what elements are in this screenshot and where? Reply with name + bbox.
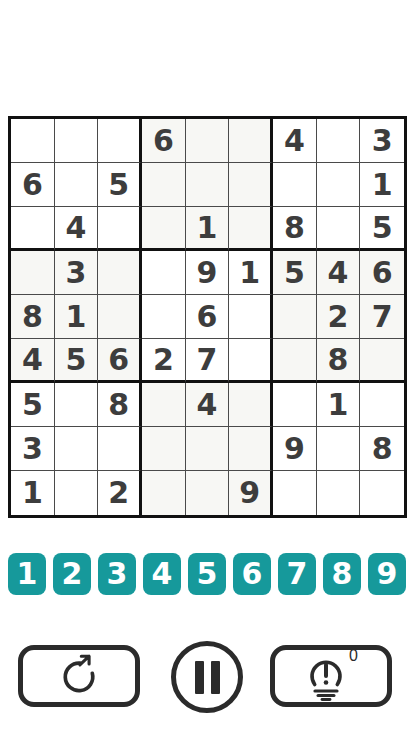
grid-cell-r9c9[interactable] [360, 471, 404, 515]
grid-cell-r4c4[interactable] [142, 251, 186, 295]
grid-cell-r1c7[interactable]: 4 [273, 119, 317, 163]
grid-cell-r9c4[interactable] [142, 471, 186, 515]
grid-cell-r7c5[interactable]: 4 [186, 383, 230, 427]
pause-icon [195, 661, 204, 694]
grid-cell-r4c8[interactable]: 4 [317, 251, 361, 295]
grid-cell-r2c1[interactable]: 6 [11, 163, 55, 207]
pause-icon [211, 661, 220, 694]
grid-cell-r2c3[interactable]: 5 [98, 163, 142, 207]
grid-cell-r5c8[interactable]: 2 [317, 295, 361, 339]
grid-cell-r6c8[interactable]: 8 [317, 339, 361, 383]
number-button-7[interactable]: 7 [278, 553, 316, 595]
grid-cell-r1c3[interactable] [98, 119, 142, 163]
grid-cell-r5c6[interactable] [229, 295, 273, 339]
grid-cell-r4c3[interactable] [98, 251, 142, 295]
number-button-9[interactable]: 9 [368, 553, 406, 595]
grid-cell-r9c8[interactable] [317, 471, 361, 515]
grid-cell-r1c5[interactable] [186, 119, 230, 163]
grid-cell-r6c4[interactable]: 2 [142, 339, 186, 383]
pause-button[interactable] [171, 641, 243, 713]
grid-cell-r1c4[interactable]: 6 [142, 119, 186, 163]
grid-cell-r8c5[interactable] [186, 427, 230, 471]
grid-cell-r8c3[interactable] [98, 427, 142, 471]
grid-cell-r3c7[interactable]: 8 [273, 207, 317, 251]
sudoku-board: 6436514185391546816274562785841398129 [8, 116, 407, 518]
grid-cell-r2c2[interactable] [55, 163, 99, 207]
grid-cell-r4c7[interactable]: 5 [273, 251, 317, 295]
grid-cell-r9c3[interactable]: 2 [98, 471, 142, 515]
grid-cell-r7c4[interactable] [142, 383, 186, 427]
grid-cell-r7c6[interactable] [229, 383, 273, 427]
grid-cell-r5c1[interactable]: 8 [11, 295, 55, 339]
grid-cell-r7c7[interactable] [273, 383, 317, 427]
grid-cell-r1c1[interactable] [11, 119, 55, 163]
grid-cell-r6c9[interactable] [360, 339, 404, 383]
grid-cell-r1c9[interactable]: 3 [360, 119, 404, 163]
number-button-5[interactable]: 5 [188, 553, 226, 595]
grid-cell-r5c5[interactable]: 6 [186, 295, 230, 339]
grid-cell-r1c8[interactable] [317, 119, 361, 163]
grid-cell-r8c6[interactable] [229, 427, 273, 471]
grid-cell-r6c3[interactable]: 6 [98, 339, 142, 383]
grid-cell-r8c4[interactable] [142, 427, 186, 471]
grid-cell-r7c8[interactable]: 1 [317, 383, 361, 427]
grid-cell-r5c3[interactable] [98, 295, 142, 339]
grid-cell-r9c2[interactable] [55, 471, 99, 515]
grid-cell-r8c8[interactable] [317, 427, 361, 471]
sudoku-app-screen: 6436514185391546816274562785841398129 12… [0, 0, 414, 736]
grid-cell-r2c8[interactable] [317, 163, 361, 207]
grid-cell-r7c3[interactable]: 8 [98, 383, 142, 427]
grid-cell-r4c6[interactable]: 1 [229, 251, 273, 295]
grid-cell-r4c2[interactable]: 3 [55, 251, 99, 295]
number-button-8[interactable]: 8 [323, 553, 361, 595]
grid-cell-r2c5[interactable] [186, 163, 230, 207]
grid-cell-r4c1[interactable] [11, 251, 55, 295]
grid-cell-r1c6[interactable] [229, 119, 273, 163]
grid-cell-r9c7[interactable] [273, 471, 317, 515]
grid-cell-r2c6[interactable] [229, 163, 273, 207]
grid-cell-r8c9[interactable]: 8 [360, 427, 404, 471]
hint-counter: 0 [349, 648, 358, 664]
number-button-1[interactable]: 1 [8, 553, 46, 595]
grid-cell-r6c1[interactable]: 4 [11, 339, 55, 383]
hint-lightbulb-icon: 0 [304, 650, 358, 702]
restart-button[interactable] [18, 645, 140, 707]
grid-cell-r6c6[interactable] [229, 339, 273, 383]
restart-icon [57, 653, 101, 700]
grid-cell-r1c2[interactable] [55, 119, 99, 163]
number-button-2[interactable]: 2 [53, 553, 91, 595]
grid-cell-r5c4[interactable] [142, 295, 186, 339]
grid-cell-r4c9[interactable]: 6 [360, 251, 404, 295]
grid-cell-r2c7[interactable] [273, 163, 317, 207]
grid-cell-r9c6[interactable]: 9 [229, 471, 273, 515]
grid-cell-r3c3[interactable] [98, 207, 142, 251]
grid-cell-r9c1[interactable]: 1 [11, 471, 55, 515]
grid-cell-r6c7[interactable] [273, 339, 317, 383]
grid-cell-r4c5[interactable]: 9 [186, 251, 230, 295]
grid-cell-r7c9[interactable] [360, 383, 404, 427]
grid-cell-r7c1[interactable]: 5 [11, 383, 55, 427]
grid-cell-r3c9[interactable]: 5 [360, 207, 404, 251]
grid-cell-r7c2[interactable] [55, 383, 99, 427]
grid-cell-r8c7[interactable]: 9 [273, 427, 317, 471]
grid-cell-r3c4[interactable] [142, 207, 186, 251]
number-button-6[interactable]: 6 [233, 553, 271, 595]
grid-cell-r5c7[interactable] [273, 295, 317, 339]
grid-cell-r6c2[interactable]: 5 [55, 339, 99, 383]
grid-cell-r8c2[interactable] [55, 427, 99, 471]
grid-cell-r2c4[interactable] [142, 163, 186, 207]
grid-cell-r3c8[interactable] [317, 207, 361, 251]
number-pad: 123456789 [8, 553, 406, 595]
grid-cell-r3c5[interactable]: 1 [186, 207, 230, 251]
grid-cell-r3c6[interactable] [229, 207, 273, 251]
grid-cell-r3c1[interactable] [11, 207, 55, 251]
grid-cell-r6c5[interactable]: 7 [186, 339, 230, 383]
grid-cell-r5c2[interactable]: 1 [55, 295, 99, 339]
grid-cell-r8c1[interactable]: 3 [11, 427, 55, 471]
number-button-3[interactable]: 3 [98, 553, 136, 595]
grid-cell-r2c9[interactable]: 1 [360, 163, 404, 207]
hint-button[interactable]: 0 [270, 645, 392, 707]
grid-cell-r5c9[interactable]: 7 [360, 295, 404, 339]
grid-cell-r9c5[interactable] [186, 471, 230, 515]
number-button-4[interactable]: 4 [143, 553, 181, 595]
grid-cell-r3c2[interactable]: 4 [55, 207, 99, 251]
